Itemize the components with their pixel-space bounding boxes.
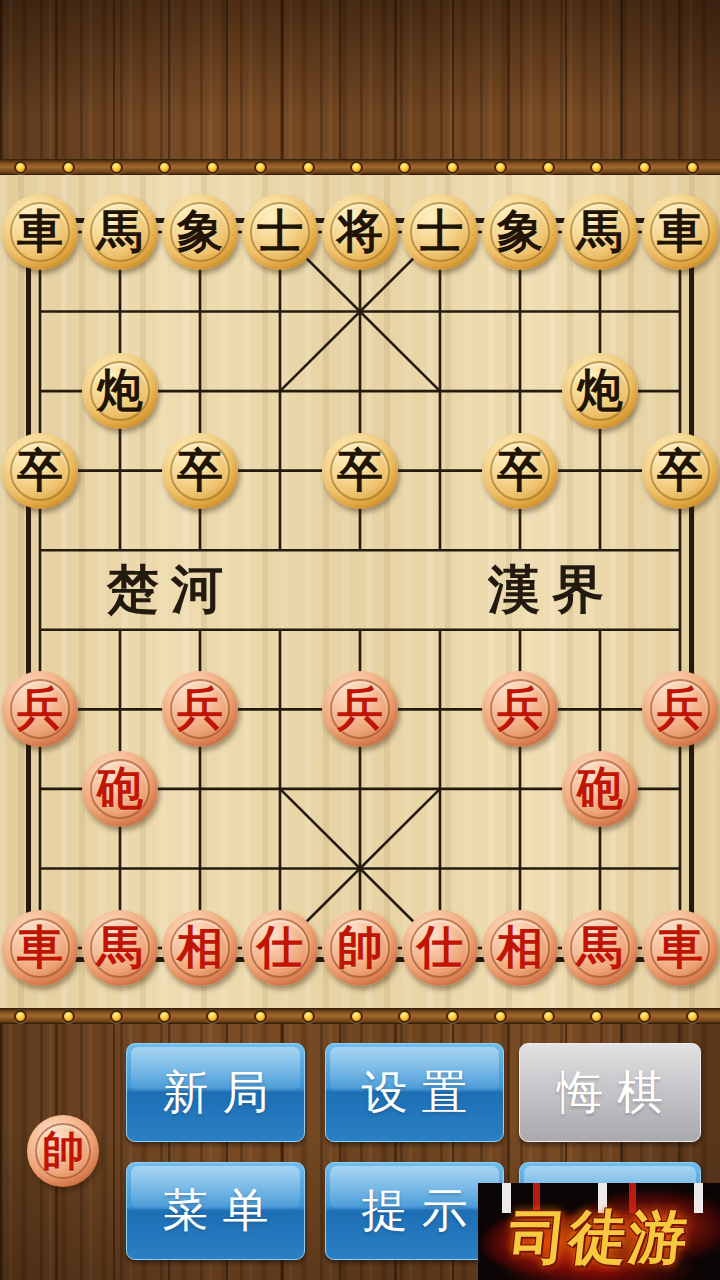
rail-stud (686, 1010, 699, 1023)
rail-stud (206, 161, 219, 174)
river-label-right: 漢界 (488, 555, 616, 625)
piece-black-soldier[interactable]: 卒 (2, 433, 78, 509)
piece-black-cannon[interactable]: 炮 (562, 353, 638, 429)
piece-red-horse[interactable]: 馬 (562, 910, 638, 986)
piece-black-chariot[interactable]: 車 (642, 194, 718, 270)
piece-black-chariot[interactable]: 車 (2, 194, 78, 270)
piece-black-general[interactable]: 将 (322, 194, 398, 270)
rail-stud (158, 1010, 171, 1023)
turn-indicator-char: 帥 (42, 1130, 84, 1172)
piece-black-advisor[interactable]: 士 (242, 194, 318, 270)
rail-stud (590, 1010, 603, 1023)
rail-stud (14, 161, 27, 174)
rail-stud (350, 1010, 363, 1023)
menu-button[interactable]: 菜单 (126, 1162, 305, 1260)
piece-red-chariot[interactable]: 車 (642, 910, 718, 986)
rail-stud (254, 1010, 267, 1023)
rail-stud (494, 1010, 507, 1023)
rail-stud (446, 161, 459, 174)
rail-stud (590, 161, 603, 174)
piece-black-horse[interactable]: 馬 (562, 194, 638, 270)
piece-black-cannon[interactable]: 炮 (82, 353, 158, 429)
piece-red-advisor[interactable]: 仕 (242, 910, 318, 986)
top-wood-panel (0, 0, 720, 159)
piece-black-soldier[interactable]: 卒 (642, 433, 718, 509)
rail-stud (14, 1010, 27, 1023)
piece-red-advisor[interactable]: 仕 (402, 910, 478, 986)
piece-red-soldier[interactable]: 兵 (2, 671, 78, 747)
settings-button[interactable]: 设置 (325, 1043, 504, 1142)
rail-stud (350, 161, 363, 174)
rail-stud (542, 1010, 555, 1023)
piece-red-cannon[interactable]: 砲 (82, 751, 158, 827)
turn-indicator-piece: 帥 (27, 1115, 99, 1187)
new-game-button[interactable]: 新局 (126, 1043, 305, 1142)
rail-stud (110, 1010, 123, 1023)
piece-red-cannon[interactable]: 砲 (562, 751, 638, 827)
undo-button[interactable]: 悔棋 (519, 1043, 701, 1142)
piece-red-chariot[interactable]: 車 (2, 910, 78, 986)
rail-stud (686, 161, 699, 174)
piece-red-elephant[interactable]: 相 (162, 910, 238, 986)
piece-red-general[interactable]: 帥 (322, 910, 398, 986)
piece-black-elephant[interactable]: 象 (482, 194, 558, 270)
rail-stud (302, 161, 315, 174)
piece-black-soldier[interactable]: 卒 (162, 433, 238, 509)
rail-stud (542, 161, 555, 174)
rail-stud (254, 161, 267, 174)
rail-stud (62, 161, 75, 174)
piece-black-horse[interactable]: 馬 (82, 194, 158, 270)
piece-red-soldier[interactable]: 兵 (482, 671, 558, 747)
promo-logo[interactable]: 司徒游 (478, 1183, 720, 1280)
rail-stud (398, 161, 411, 174)
piece-black-advisor[interactable]: 士 (402, 194, 478, 270)
piece-red-horse[interactable]: 馬 (82, 910, 158, 986)
river-label-left: 楚河 (107, 555, 235, 625)
rail-stud (110, 161, 123, 174)
promo-logo-text: 司徒游 (505, 1199, 693, 1277)
xiangqi-board[interactable]: 楚河 漢界 (0, 175, 720, 1008)
rail-stud (638, 161, 651, 174)
rail-stud (494, 161, 507, 174)
rail-stud (62, 1010, 75, 1023)
piece-black-soldier[interactable]: 卒 (322, 433, 398, 509)
piece-red-soldier[interactable]: 兵 (162, 671, 238, 747)
piece-red-elephant[interactable]: 相 (482, 910, 558, 986)
piece-red-soldier[interactable]: 兵 (642, 671, 718, 747)
piece-black-soldier[interactable]: 卒 (482, 433, 558, 509)
rail-stud (302, 1010, 315, 1023)
rail-stud (206, 1010, 219, 1023)
rail-stud (638, 1010, 651, 1023)
rail-stud (158, 161, 171, 174)
rail-stud (446, 1010, 459, 1023)
app-screen: 楚河 漢界 車馬象士将士象馬車炮炮卒卒卒卒卒兵兵兵兵兵砲砲車馬相仕帥仕相馬車 帥… (0, 0, 720, 1280)
rail-stud (398, 1010, 411, 1023)
piece-black-elephant[interactable]: 象 (162, 194, 238, 270)
piece-red-soldier[interactable]: 兵 (322, 671, 398, 747)
